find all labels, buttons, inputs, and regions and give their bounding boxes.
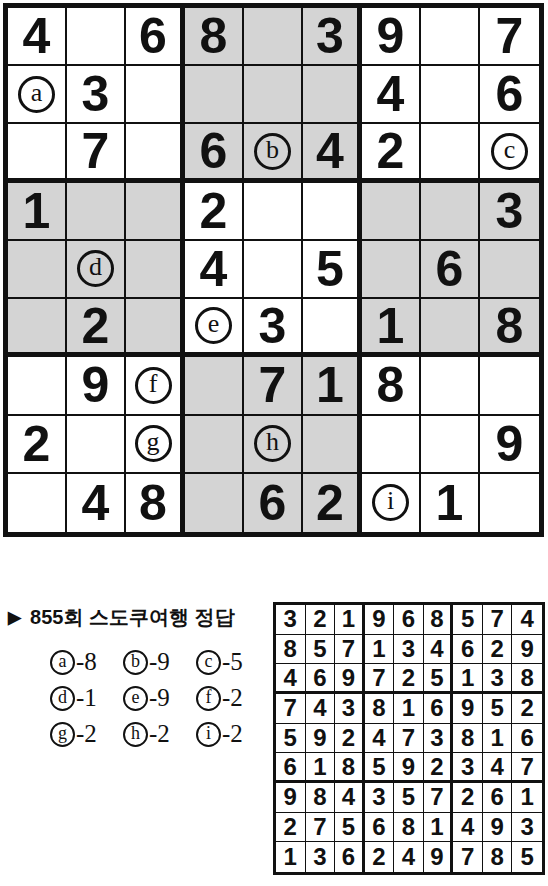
answer-item-i: i-2: [196, 720, 254, 748]
puzzle-cell-r9c6: 2: [303, 474, 362, 532]
solution-cell-r4c8: 5: [483, 694, 513, 724]
puzzle-cell-r1c3: 6: [126, 8, 185, 66]
answer-value: -2: [149, 720, 170, 748]
answer-item-f: f-2: [196, 684, 254, 712]
puzzle-cell-r3c4: 6: [185, 124, 244, 182]
solution-cell-r8c1: 2: [276, 813, 306, 843]
solution-cell-r9c4: 2: [365, 842, 395, 872]
answer-key-block: ▶ 855회 스도쿠여행 정답 a-8b-9c-5d-1e-9f-2g-2h-2…: [8, 604, 258, 748]
puzzle-cell-r3c6: 4: [303, 124, 362, 182]
given-digit: 2: [82, 301, 110, 351]
answer-key-header: ▶ 855회 스도쿠여행 정답: [8, 604, 258, 631]
solution-cell-r4c6: 6: [424, 694, 454, 724]
solution-cell-r1c3: 1: [335, 605, 365, 635]
circled-letter-c: c: [491, 133, 528, 170]
puzzle-cell-r1c1: 4: [8, 8, 67, 66]
given-digit: 4: [82, 478, 110, 528]
given-digit: 8: [377, 360, 405, 410]
puzzle-cell-r4c1: 1: [8, 183, 67, 241]
solution-cell-r8c8: 9: [483, 813, 513, 843]
solution-cell-r6c9: 7: [512, 753, 542, 783]
given-digit: 3: [496, 186, 524, 236]
puzzle-cell-r3c8: [421, 124, 480, 182]
solution-cell-r4c9: 2: [512, 694, 542, 724]
given-digit: 8: [496, 301, 524, 351]
puzzle-cell-r2c4: [185, 66, 244, 124]
puzzle-cell-r8c2: [67, 416, 126, 474]
solution-cell-r7c9: 1: [512, 783, 542, 813]
answer-value: -2: [222, 720, 243, 748]
solution-cell-r3c3: 9: [335, 664, 365, 694]
solution-cell-r2c7: 6: [453, 635, 483, 665]
puzzle-cell-r5c4: 4: [185, 241, 244, 299]
given-digit: 3: [316, 11, 344, 61]
solution-cell-r3c6: 5: [424, 664, 454, 694]
puzzle-cell-r9c9: [480, 474, 539, 532]
puzzle-cell-r7c4: [185, 357, 244, 415]
puzzle-cell-r9c2: 4: [67, 474, 126, 532]
answer-value: -2: [222, 684, 243, 712]
given-digit: 2: [377, 126, 405, 176]
puzzle-cell-r4c6: [303, 183, 362, 241]
solution-cell-r7c7: 2: [453, 783, 483, 813]
puzzle-cell-r7c1: [8, 357, 67, 415]
given-digit: 1: [377, 301, 405, 351]
puzzle-cell-r5c7: [362, 241, 421, 299]
puzzle-cell-r9c3: 8: [126, 474, 185, 532]
solution-cell-r3c7: 1: [453, 664, 483, 694]
solution-cell-r9c1: 1: [276, 842, 306, 872]
puzzle-cell-r3c1: [8, 124, 67, 182]
solution-cell-r6c8: 4: [483, 753, 513, 783]
solution-cell-r2c6: 4: [424, 635, 454, 665]
puzzle-cell-r3c3: [126, 124, 185, 182]
puzzle-cell-r2c2: 3: [67, 66, 126, 124]
given-digit: 6: [496, 69, 524, 119]
puzzle-cell-r8c6: [303, 416, 362, 474]
given-digit: 9: [496, 419, 524, 469]
solution-grid: 3219685748571346294697251387438169525924…: [273, 602, 545, 875]
puzzle-cell-r2c6: [303, 66, 362, 124]
circled-letter-a: a: [50, 650, 75, 675]
puzzle-cell-r6c1: [8, 299, 67, 357]
circled-letter-g: g: [50, 722, 75, 747]
puzzle-cell-r3c5: b: [244, 124, 303, 182]
given-digit: 7: [259, 360, 287, 410]
puzzle-cell-r7c7: 8: [362, 357, 421, 415]
circled-letter-g: g: [135, 425, 172, 462]
solution-cell-r4c2: 4: [306, 694, 336, 724]
puzzle-cell-r9c5: 6: [244, 474, 303, 532]
answer-item-c: c-5: [196, 648, 254, 676]
solution-cell-r7c1: 9: [276, 783, 306, 813]
puzzle-cell-r6c8: [421, 299, 480, 357]
answer-value: -5: [222, 648, 243, 676]
puzzle-cell-r1c6: 3: [303, 8, 362, 66]
solution-cell-r1c4: 9: [365, 605, 395, 635]
solution-cell-r5c6: 3: [424, 724, 454, 754]
circled-letter-d: d: [50, 686, 75, 711]
puzzle-cell-r4c8: [421, 183, 480, 241]
given-digit: 1: [436, 478, 464, 528]
solution-cell-r2c1: 8: [276, 635, 306, 665]
solution-cell-r1c7: 5: [453, 605, 483, 635]
solution-cell-r7c5: 5: [394, 783, 424, 813]
newspaper-sudoku-page: 468397a34676b42c123d4562e3189f7182gh9486…: [0, 0, 548, 886]
puzzle-cell-r7c3: f: [126, 357, 185, 415]
solution-cell-r3c8: 3: [483, 664, 513, 694]
puzzle-cell-r2c5: [244, 66, 303, 124]
solution-cell-r9c2: 3: [306, 842, 336, 872]
solution-cell-r6c1: 6: [276, 753, 306, 783]
solution-cell-r4c7: 9: [453, 694, 483, 724]
solution-cell-r4c1: 7: [276, 694, 306, 724]
circled-letter-e: e: [195, 307, 232, 344]
circled-letter-f: f: [196, 686, 221, 711]
solution-cell-r8c4: 6: [365, 813, 395, 843]
given-digit: 4: [316, 126, 344, 176]
solution-cell-r6c2: 1: [306, 753, 336, 783]
puzzle-cell-r1c9: 7: [480, 8, 539, 66]
puzzle-cell-r4c2: [67, 183, 126, 241]
given-digit: 4: [23, 11, 51, 61]
circled-letter-d: d: [77, 250, 114, 287]
puzzle-cell-r9c4: [185, 474, 244, 532]
puzzle-cell-r7c6: 1: [303, 357, 362, 415]
puzzle-cell-r1c2: [67, 8, 126, 66]
circled-letter-f: f: [135, 367, 172, 404]
puzzle-cell-r1c7: 9: [362, 8, 421, 66]
given-digit: 6: [436, 244, 464, 294]
solution-cell-r6c3: 8: [335, 753, 365, 783]
puzzle-grid: 468397a34676b42c123d4562e3189f7182gh9486…: [3, 3, 544, 537]
solution-cell-r6c6: 2: [424, 753, 454, 783]
puzzle-cell-r2c7: 4: [362, 66, 421, 124]
puzzle-cell-r2c9: 6: [480, 66, 539, 124]
puzzle-cell-r8c3: g: [126, 416, 185, 474]
puzzle-cell-r3c7: 2: [362, 124, 421, 182]
solution-cell-r1c6: 8: [424, 605, 454, 635]
given-digit: 2: [200, 186, 228, 236]
solution-cell-r6c4: 5: [365, 753, 395, 783]
puzzle-cell-r9c7: i: [362, 474, 421, 532]
given-digit: 2: [23, 419, 51, 469]
solution-cell-r9c6: 9: [424, 842, 454, 872]
puzzle-cell-r4c5: [244, 183, 303, 241]
solution-cell-r5c1: 5: [276, 724, 306, 754]
solution-cell-r2c8: 2: [483, 635, 513, 665]
given-digit: 5: [316, 244, 344, 294]
puzzle-cell-r8c9: 9: [480, 416, 539, 474]
solution-cell-r6c7: 3: [453, 753, 483, 783]
puzzle-cell-r3c9: c: [480, 124, 539, 182]
circled-letter-a: a: [18, 76, 55, 113]
circled-letter-b: b: [254, 133, 291, 170]
solution-cell-r4c4: 8: [365, 694, 395, 724]
puzzle-cell-r1c4: 8: [185, 8, 244, 66]
given-digit: 9: [377, 11, 405, 61]
circled-letter-e: e: [123, 686, 148, 711]
solution-cell-r5c2: 9: [306, 724, 336, 754]
answer-key-title: 855회 스도쿠여행 정답: [30, 604, 234, 631]
answer-row: d-1e-9f-2: [50, 684, 258, 712]
solution-cell-r7c3: 4: [335, 783, 365, 813]
solution-cell-r9c5: 4: [394, 842, 424, 872]
solution-cell-r8c6: 1: [424, 813, 454, 843]
circled-letter-h: h: [254, 425, 291, 462]
circled-letter-i: i: [372, 484, 409, 521]
solution-cell-r4c5: 1: [394, 694, 424, 724]
given-digit: 3: [259, 301, 287, 351]
puzzle-cell-r8c8: [421, 416, 480, 474]
puzzle-cell-r4c9: 3: [480, 183, 539, 241]
solution-cell-r5c4: 4: [365, 724, 395, 754]
solution-cell-r3c9: 8: [512, 664, 542, 694]
solution-cell-r7c4: 3: [365, 783, 395, 813]
puzzle-cell-r7c8: [421, 357, 480, 415]
puzzle-cell-r6c3: [126, 299, 185, 357]
puzzle-cell-r5c8: 6: [421, 241, 480, 299]
solution-cell-r8c5: 8: [394, 813, 424, 843]
given-digit: 8: [139, 478, 167, 528]
puzzle-cell-r6c9: 8: [480, 299, 539, 357]
puzzle-cell-r2c3: [126, 66, 185, 124]
answer-value: -9: [149, 684, 170, 712]
solution-cell-r3c2: 6: [306, 664, 336, 694]
puzzle-cell-r1c8: [421, 8, 480, 66]
solution-cell-r7c2: 8: [306, 783, 336, 813]
answer-value: -1: [76, 684, 97, 712]
puzzle-cell-r8c4: [185, 416, 244, 474]
solution-cell-r8c2: 7: [306, 813, 336, 843]
solution-cell-r6c5: 9: [394, 753, 424, 783]
solution-cell-r2c5: 3: [394, 635, 424, 665]
solution-cell-r8c7: 4: [453, 813, 483, 843]
bullet-triangle-icon: ▶: [8, 607, 21, 628]
solution-cell-r8c9: 3: [512, 813, 542, 843]
given-digit: 4: [200, 244, 228, 294]
puzzle-cell-r6c4: e: [185, 299, 244, 357]
puzzle-cell-r8c5: h: [244, 416, 303, 474]
solution-cell-r5c9: 6: [512, 724, 542, 754]
given-digit: 1: [23, 186, 51, 236]
puzzle-cell-r6c6: [303, 299, 362, 357]
given-digit: 7: [496, 11, 524, 61]
given-digit: 7: [82, 126, 110, 176]
solution-cell-r2c9: 9: [512, 635, 542, 665]
puzzle-cell-r8c1: 2: [8, 416, 67, 474]
solution-cell-r7c8: 6: [483, 783, 513, 813]
puzzle-cell-r5c2: d: [67, 241, 126, 299]
solution-cell-r3c4: 7: [365, 664, 395, 694]
puzzle-cell-r7c5: 7: [244, 357, 303, 415]
puzzle-cell-r9c8: 1: [421, 474, 480, 532]
answer-item-g: g-2: [50, 720, 108, 748]
circled-letter-h: h: [123, 722, 148, 747]
solution-cell-r9c3: 6: [335, 842, 365, 872]
puzzle-cell-r2c8: [421, 66, 480, 124]
given-digit: 3: [82, 69, 110, 119]
given-digit: 6: [259, 478, 287, 528]
puzzle-cell-r5c6: 5: [303, 241, 362, 299]
puzzle-cell-r5c3: [126, 241, 185, 299]
solution-cell-r4c3: 3: [335, 694, 365, 724]
solution-cell-r1c8: 7: [483, 605, 513, 635]
solution-cell-r3c5: 2: [394, 664, 424, 694]
circled-letter-i: i: [196, 722, 221, 747]
solution-cell-r8c3: 5: [335, 813, 365, 843]
answer-item-d: d-1: [50, 684, 108, 712]
puzzle-cell-r9c1: [8, 474, 67, 532]
puzzle-cell-r5c1: [8, 241, 67, 299]
solution-cell-r1c1: 3: [276, 605, 306, 635]
solution-cell-r1c5: 6: [394, 605, 424, 635]
circled-letter-b: b: [123, 650, 148, 675]
puzzle-cell-r7c2: 9: [67, 357, 126, 415]
puzzle-cell-r4c7: [362, 183, 421, 241]
given-digit: 8: [200, 11, 228, 61]
solution-cell-r9c9: 5: [512, 842, 542, 872]
circled-letter-c: c: [196, 650, 221, 675]
answer-value: -9: [149, 648, 170, 676]
solution-cell-r9c7: 7: [453, 842, 483, 872]
puzzle-cell-r5c5: [244, 241, 303, 299]
solution-cell-r2c3: 7: [335, 635, 365, 665]
puzzle-cell-r4c3: [126, 183, 185, 241]
answer-row: a-8b-9c-5: [50, 648, 258, 676]
solution-cell-r5c7: 8: [453, 724, 483, 754]
answer-item-b: b-9: [123, 648, 181, 676]
given-digit: 1: [316, 360, 344, 410]
solution-cell-r7c6: 7: [424, 783, 454, 813]
given-digit: 6: [200, 126, 228, 176]
puzzle-cell-r6c2: 2: [67, 299, 126, 357]
answer-value: -8: [76, 648, 97, 676]
puzzle-cell-r2c1: a: [8, 66, 67, 124]
puzzle-cell-r3c2: 7: [67, 124, 126, 182]
answer-item-a: a-8: [50, 648, 108, 676]
answer-item-h: h-2: [123, 720, 181, 748]
solution-cell-r1c9: 4: [512, 605, 542, 635]
solution-cell-r1c2: 2: [306, 605, 336, 635]
solution-cell-r2c4: 1: [365, 635, 395, 665]
answer-item-e: e-9: [123, 684, 181, 712]
answer-value: -2: [76, 720, 97, 748]
solution-cell-r3c1: 4: [276, 664, 306, 694]
solution-cell-r5c3: 2: [335, 724, 365, 754]
puzzle-cell-r8c7: [362, 416, 421, 474]
puzzle-cell-r1c5: [244, 8, 303, 66]
puzzle-cell-r7c9: [480, 357, 539, 415]
solution-cell-r9c8: 8: [483, 842, 513, 872]
solution-cell-r5c5: 7: [394, 724, 424, 754]
puzzle-cell-r6c7: 1: [362, 299, 421, 357]
given-digit: 2: [316, 478, 344, 528]
given-digit: 9: [82, 360, 110, 410]
given-digit: 6: [139, 11, 167, 61]
answer-list: a-8b-9c-5d-1e-9f-2g-2h-2i-2: [50, 648, 258, 748]
puzzle-cell-r4c4: 2: [185, 183, 244, 241]
solution-cell-r5c8: 1: [483, 724, 513, 754]
given-digit: 4: [377, 69, 405, 119]
solution-cell-r2c2: 5: [306, 635, 336, 665]
puzzle-cell-r6c5: 3: [244, 299, 303, 357]
puzzle-cell-r5c9: [480, 241, 539, 299]
answer-row: g-2h-2i-2: [50, 720, 258, 748]
